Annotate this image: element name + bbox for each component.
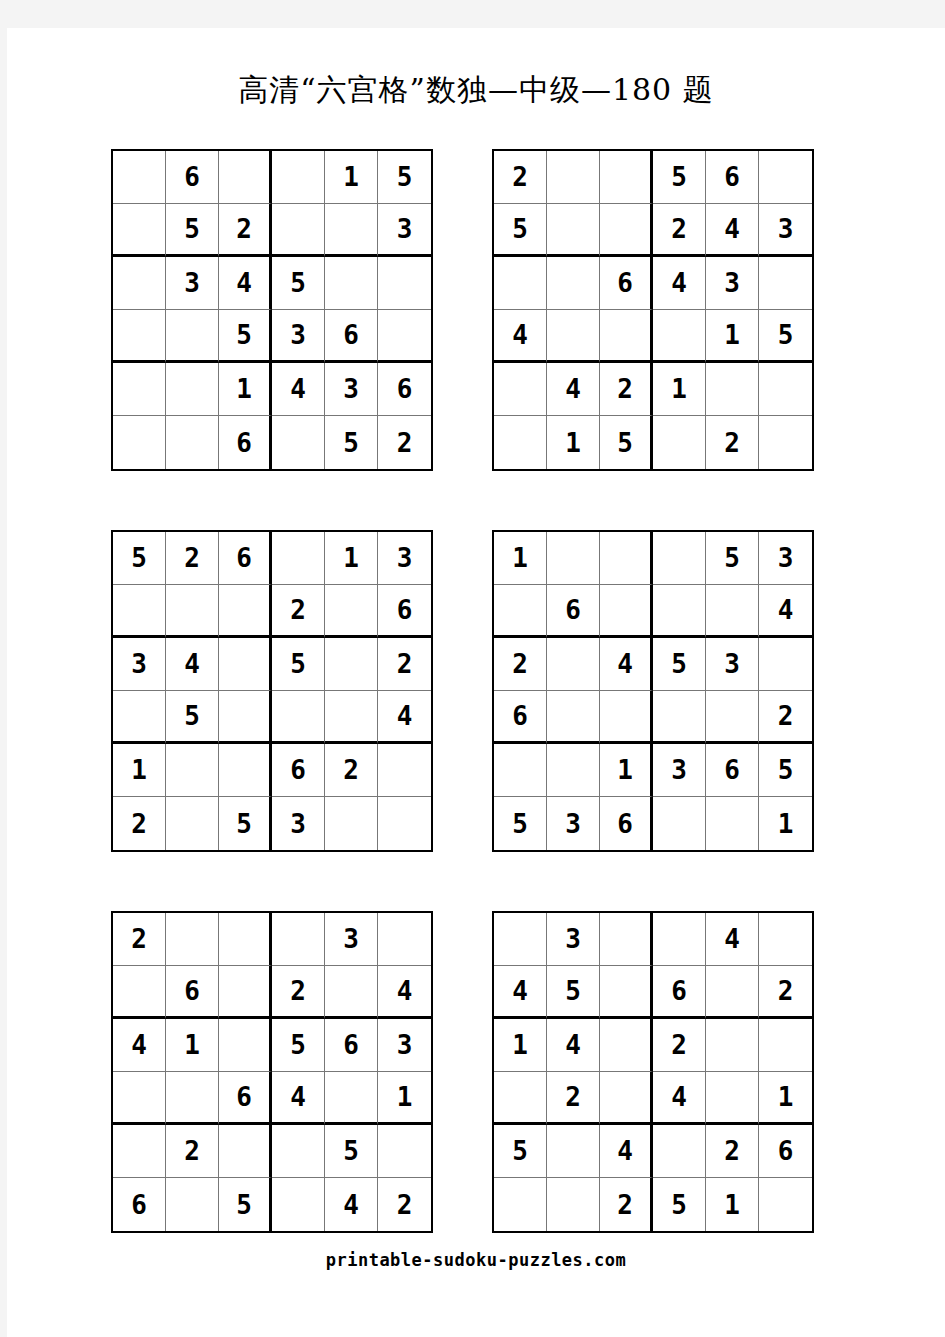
cell-r5c6: 6 bbox=[759, 1125, 812, 1178]
cell-r5c4: 1 bbox=[653, 363, 706, 416]
cell-r6c4 bbox=[272, 1178, 325, 1231]
cell-r1c3 bbox=[600, 151, 653, 204]
cell-r4c5 bbox=[706, 1072, 759, 1125]
cell-r4c1 bbox=[113, 691, 166, 744]
cell-r6c6 bbox=[759, 1178, 812, 1231]
cell-r3c1: 4 bbox=[113, 1019, 166, 1072]
cell-r5c1 bbox=[113, 363, 166, 416]
cell-r1c1: 5 bbox=[113, 532, 166, 585]
cell-r4c4 bbox=[272, 691, 325, 744]
cell-r5c4: 6 bbox=[272, 744, 325, 797]
cell-r4c6: 1 bbox=[378, 1072, 431, 1125]
puzzle-grid-6: 3445621422415426251 bbox=[492, 911, 814, 1233]
cell-r2c3: 2 bbox=[219, 204, 272, 257]
cell-r6c1: 2 bbox=[113, 797, 166, 850]
cell-r2c5 bbox=[325, 585, 378, 638]
cell-r1c5: 3 bbox=[325, 913, 378, 966]
puzzle-grid-2: 2565243643415421152 bbox=[492, 149, 814, 471]
cell-r2c2: 5 bbox=[166, 204, 219, 257]
puzzle-grid-5: 2362441563641256542 bbox=[111, 911, 433, 1233]
cell-r2c3 bbox=[219, 585, 272, 638]
cell-r6c4 bbox=[653, 416, 706, 469]
cell-r1c1: 1 bbox=[494, 532, 547, 585]
cell-r6c4 bbox=[653, 797, 706, 850]
cell-r3c1 bbox=[494, 257, 547, 310]
cell-r6c3: 5 bbox=[219, 797, 272, 850]
cell-r5c5: 6 bbox=[706, 744, 759, 797]
cell-r1c3 bbox=[219, 151, 272, 204]
cell-r1c2: 6 bbox=[166, 151, 219, 204]
cell-r1c4 bbox=[653, 532, 706, 585]
cell-r5c2 bbox=[547, 744, 600, 797]
cell-r2c2 bbox=[166, 585, 219, 638]
cell-r1c6 bbox=[759, 151, 812, 204]
cell-r6c5: 1 bbox=[706, 1178, 759, 1231]
cell-r1c1: 2 bbox=[494, 151, 547, 204]
cell-r4c1: 6 bbox=[494, 691, 547, 744]
cell-r4c6: 4 bbox=[378, 691, 431, 744]
cell-r2c2: 5 bbox=[547, 966, 600, 1019]
page-title: 高清“六宫格”数独—中级—180 题 bbox=[7, 70, 945, 111]
cell-r5c5 bbox=[706, 363, 759, 416]
cell-r2c5 bbox=[325, 966, 378, 1019]
cell-r6c4 bbox=[272, 416, 325, 469]
cell-r5c3 bbox=[219, 744, 272, 797]
cell-r4c1: 4 bbox=[494, 310, 547, 363]
cell-r3c3: 6 bbox=[600, 257, 653, 310]
cell-r6c1: 5 bbox=[494, 797, 547, 850]
cell-r5c3: 4 bbox=[600, 1125, 653, 1178]
cell-r5c2: 4 bbox=[547, 363, 600, 416]
cell-r1c5: 1 bbox=[325, 532, 378, 585]
cell-r1c6 bbox=[378, 913, 431, 966]
cell-r4c5: 6 bbox=[325, 310, 378, 363]
cell-r6c2: 1 bbox=[547, 416, 600, 469]
cell-r1c6: 3 bbox=[378, 532, 431, 585]
cell-r2c1 bbox=[113, 966, 166, 1019]
cell-r5c6 bbox=[378, 744, 431, 797]
cell-r2c4: 2 bbox=[272, 585, 325, 638]
cell-r4c3: 5 bbox=[219, 310, 272, 363]
cell-r2c1 bbox=[494, 585, 547, 638]
cell-r6c1: 6 bbox=[113, 1178, 166, 1231]
cell-r4c2 bbox=[166, 310, 219, 363]
cell-r4c6 bbox=[378, 310, 431, 363]
cell-r5c1 bbox=[113, 1125, 166, 1178]
cell-r4c3: 6 bbox=[219, 1072, 272, 1125]
cell-r2c2: 6 bbox=[547, 585, 600, 638]
cell-r4c3 bbox=[219, 691, 272, 744]
cell-r1c2 bbox=[166, 913, 219, 966]
cell-r6c4: 5 bbox=[653, 1178, 706, 1231]
cell-r3c1 bbox=[113, 257, 166, 310]
cell-r4c4 bbox=[653, 691, 706, 744]
cell-r4c5 bbox=[325, 691, 378, 744]
cell-r2c5 bbox=[706, 585, 759, 638]
cell-r2c2 bbox=[547, 204, 600, 257]
cell-r3c4: 4 bbox=[653, 257, 706, 310]
cell-r2c4: 2 bbox=[653, 204, 706, 257]
cell-r4c5 bbox=[325, 1072, 378, 1125]
cell-r3c2 bbox=[547, 257, 600, 310]
cell-r2c1: 5 bbox=[494, 204, 547, 257]
cell-r2c6: 3 bbox=[759, 204, 812, 257]
cell-r3c3 bbox=[600, 1019, 653, 1072]
cell-r5c2 bbox=[166, 744, 219, 797]
cell-r1c5: 1 bbox=[325, 151, 378, 204]
cell-r5c5: 5 bbox=[325, 1125, 378, 1178]
cell-r5c3: 1 bbox=[219, 363, 272, 416]
cell-r3c2: 4 bbox=[547, 1019, 600, 1072]
cell-r5c6: 5 bbox=[759, 744, 812, 797]
cell-r1c4 bbox=[272, 151, 325, 204]
cell-r4c2 bbox=[547, 691, 600, 744]
cell-r2c2: 6 bbox=[166, 966, 219, 1019]
cell-r1c2 bbox=[547, 532, 600, 585]
cell-r5c2 bbox=[166, 363, 219, 416]
cell-r4c1 bbox=[494, 1072, 547, 1125]
cell-r3c6: 2 bbox=[378, 638, 431, 691]
cell-r3c2: 3 bbox=[166, 257, 219, 310]
cell-r1c2: 2 bbox=[166, 532, 219, 585]
cell-r3c5 bbox=[706, 1019, 759, 1072]
cell-r2c3 bbox=[600, 585, 653, 638]
cell-r5c4 bbox=[272, 1125, 325, 1178]
cell-r6c6 bbox=[378, 797, 431, 850]
cell-r3c6 bbox=[759, 638, 812, 691]
cell-r1c6: 5 bbox=[378, 151, 431, 204]
cell-r1c4: 5 bbox=[653, 151, 706, 204]
cell-r6c4: 3 bbox=[272, 797, 325, 850]
cell-r6c5 bbox=[706, 797, 759, 850]
cell-r6c6: 2 bbox=[378, 416, 431, 469]
cell-r5c4 bbox=[653, 1125, 706, 1178]
cell-r1c3 bbox=[219, 913, 272, 966]
cell-r2c6: 6 bbox=[378, 585, 431, 638]
cell-r3c4: 5 bbox=[272, 257, 325, 310]
cell-r3c3 bbox=[219, 1019, 272, 1072]
cell-r1c4 bbox=[653, 913, 706, 966]
cell-r2c4: 6 bbox=[653, 966, 706, 1019]
cell-r5c1: 5 bbox=[494, 1125, 547, 1178]
cell-r6c2 bbox=[166, 416, 219, 469]
cell-r5c6: 6 bbox=[378, 363, 431, 416]
cell-r6c2 bbox=[547, 1178, 600, 1231]
cell-r3c3 bbox=[219, 638, 272, 691]
cell-r4c2: 5 bbox=[166, 691, 219, 744]
cell-r6c1 bbox=[113, 416, 166, 469]
puzzle-grid-4: 1536424536213655361 bbox=[492, 530, 814, 852]
cell-r2c1: 4 bbox=[494, 966, 547, 1019]
cell-r2c6: 2 bbox=[759, 966, 812, 1019]
cell-r3c6: 3 bbox=[378, 1019, 431, 1072]
cell-r1c5: 5 bbox=[706, 532, 759, 585]
cell-r3c2: 4 bbox=[166, 638, 219, 691]
cell-r2c5: 4 bbox=[706, 204, 759, 257]
cell-r6c6: 2 bbox=[378, 1178, 431, 1231]
cell-r2c4 bbox=[653, 585, 706, 638]
cell-r3c1: 3 bbox=[113, 638, 166, 691]
cell-r6c5 bbox=[325, 797, 378, 850]
cell-r5c2: 2 bbox=[166, 1125, 219, 1178]
cell-r6c1 bbox=[494, 1178, 547, 1231]
cell-r3c5 bbox=[325, 638, 378, 691]
cell-r1c1: 2 bbox=[113, 913, 166, 966]
cell-r4c2 bbox=[547, 310, 600, 363]
cell-r1c1 bbox=[494, 913, 547, 966]
cell-r2c3 bbox=[219, 966, 272, 1019]
cell-r2c5 bbox=[325, 204, 378, 257]
cell-r5c4: 3 bbox=[653, 744, 706, 797]
cell-r6c3: 5 bbox=[600, 416, 653, 469]
cell-r2c6: 4 bbox=[378, 966, 431, 1019]
cell-r1c3: 6 bbox=[219, 532, 272, 585]
cell-r4c2 bbox=[166, 1072, 219, 1125]
cell-r1c2: 3 bbox=[547, 913, 600, 966]
cell-r1c3 bbox=[600, 532, 653, 585]
cell-r3c2: 1 bbox=[166, 1019, 219, 1072]
cell-r5c3: 1 bbox=[600, 744, 653, 797]
cell-r3c5: 3 bbox=[706, 257, 759, 310]
cell-r6c5: 4 bbox=[325, 1178, 378, 1231]
cell-r5c6 bbox=[759, 363, 812, 416]
cell-r3c1: 2 bbox=[494, 638, 547, 691]
cell-r2c3 bbox=[600, 204, 653, 257]
cell-r3c6 bbox=[378, 257, 431, 310]
cell-r4c6: 2 bbox=[759, 691, 812, 744]
cell-r6c2 bbox=[166, 1178, 219, 1231]
cell-r6c1 bbox=[494, 416, 547, 469]
source-url-text: printable-sudoku-puzzles.com bbox=[7, 1250, 945, 1270]
cell-r1c5: 6 bbox=[706, 151, 759, 204]
cell-r3c5 bbox=[325, 257, 378, 310]
cell-r2c5 bbox=[706, 966, 759, 1019]
cell-r4c3 bbox=[600, 691, 653, 744]
cell-r4c5 bbox=[706, 691, 759, 744]
cell-r5c2 bbox=[547, 1125, 600, 1178]
cell-r3c5: 3 bbox=[706, 638, 759, 691]
cell-r2c6: 3 bbox=[378, 204, 431, 257]
cell-r1c5: 4 bbox=[706, 913, 759, 966]
cell-r3c4: 5 bbox=[272, 638, 325, 691]
cell-r4c4: 3 bbox=[272, 310, 325, 363]
cell-r3c4: 5 bbox=[653, 638, 706, 691]
cell-r2c1 bbox=[113, 585, 166, 638]
cell-r2c6: 4 bbox=[759, 585, 812, 638]
cell-r3c2 bbox=[547, 638, 600, 691]
cell-r6c6: 1 bbox=[759, 797, 812, 850]
cell-r3c4: 5 bbox=[272, 1019, 325, 1072]
cell-r6c3: 6 bbox=[219, 416, 272, 469]
cell-r5c5: 2 bbox=[325, 744, 378, 797]
printable-sheet-page: 高清“六宫格”数独—中级—180 题 6155233455361436652 2… bbox=[7, 28, 945, 1337]
cell-r5c5: 2 bbox=[706, 1125, 759, 1178]
cell-r4c5: 1 bbox=[706, 310, 759, 363]
cell-r1c4 bbox=[272, 913, 325, 966]
cell-r3c3: 4 bbox=[219, 257, 272, 310]
cell-r6c2: 3 bbox=[547, 797, 600, 850]
cell-r6c3: 2 bbox=[600, 1178, 653, 1231]
cell-r5c6 bbox=[378, 1125, 431, 1178]
cell-r1c1 bbox=[113, 151, 166, 204]
cell-r3c3: 4 bbox=[600, 638, 653, 691]
cell-r6c5: 2 bbox=[706, 416, 759, 469]
cell-r2c3 bbox=[600, 966, 653, 1019]
cell-r1c2 bbox=[547, 151, 600, 204]
cell-r6c2 bbox=[166, 797, 219, 850]
cell-r4c4 bbox=[653, 310, 706, 363]
cell-r4c4: 4 bbox=[272, 1072, 325, 1125]
cell-r4c3 bbox=[600, 310, 653, 363]
cell-r4c6: 1 bbox=[759, 1072, 812, 1125]
cell-r1c6 bbox=[759, 913, 812, 966]
cell-r6c5: 5 bbox=[325, 416, 378, 469]
cell-r6c3: 6 bbox=[600, 797, 653, 850]
cell-r6c3: 5 bbox=[219, 1178, 272, 1231]
cell-r6c6 bbox=[759, 416, 812, 469]
cell-r5c1: 1 bbox=[113, 744, 166, 797]
cell-r3c6 bbox=[759, 1019, 812, 1072]
cell-r5c3: 2 bbox=[600, 363, 653, 416]
cell-r4c1 bbox=[113, 310, 166, 363]
cell-r4c6: 5 bbox=[759, 310, 812, 363]
cell-r5c5: 3 bbox=[325, 363, 378, 416]
cell-r4c1 bbox=[113, 1072, 166, 1125]
cell-r4c2: 2 bbox=[547, 1072, 600, 1125]
cell-r1c6: 3 bbox=[759, 532, 812, 585]
cell-r3c1: 1 bbox=[494, 1019, 547, 1072]
cell-r1c4 bbox=[272, 532, 325, 585]
cell-r5c4: 4 bbox=[272, 363, 325, 416]
cell-r2c4 bbox=[272, 204, 325, 257]
puzzle-grid-3: 5261326345254162253 bbox=[111, 530, 433, 852]
cell-r4c3 bbox=[600, 1072, 653, 1125]
puzzle-grid-1: 6155233455361436652 bbox=[111, 149, 433, 471]
cell-r3c5: 6 bbox=[325, 1019, 378, 1072]
cell-r5c1 bbox=[494, 363, 547, 416]
cell-r1c3 bbox=[600, 913, 653, 966]
cell-r3c4: 2 bbox=[653, 1019, 706, 1072]
cell-r2c1 bbox=[113, 204, 166, 257]
cell-r3c6 bbox=[759, 257, 812, 310]
cell-r2c4: 2 bbox=[272, 966, 325, 1019]
cell-r4c4: 4 bbox=[653, 1072, 706, 1125]
cell-r5c3 bbox=[219, 1125, 272, 1178]
cell-r5c1 bbox=[494, 744, 547, 797]
